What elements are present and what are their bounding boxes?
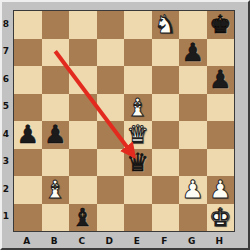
square-f8[interactable]: ♞: [152, 11, 180, 39]
rank-label-5: 5: [0, 93, 12, 121]
square-e8[interactable]: [124, 11, 152, 39]
square-e4[interactable]: ♛: [124, 121, 152, 149]
square-b2[interactable]: ♝: [42, 176, 70, 204]
square-a4[interactable]: ♟: [14, 121, 42, 149]
square-h6[interactable]: ♟: [207, 66, 235, 94]
square-c7[interactable]: [69, 39, 97, 67]
square-b3[interactable]: [42, 149, 70, 177]
piece-white-bishop-e5[interactable]: ♝: [124, 94, 152, 122]
square-f6[interactable]: [152, 66, 180, 94]
square-h4[interactable]: [207, 121, 235, 149]
piece-white-queen-e4[interactable]: ♛: [124, 121, 152, 149]
square-a8[interactable]: [14, 11, 42, 39]
square-a5[interactable]: [14, 94, 42, 122]
square-d7[interactable]: [97, 39, 125, 67]
file-label-B: B: [41, 234, 69, 248]
piece-white-pawn-h2[interactable]: ♟: [207, 176, 235, 204]
piece-black-king-h8[interactable]: ♚: [207, 11, 235, 39]
rank-label-7: 7: [0, 38, 12, 66]
chess-diagram: ♞♚♟♟♝♟♟♛♛♝♟♟♝♚ 12345678 ABCDEFGH: [0, 0, 250, 250]
piece-black-pawn-a4[interactable]: ♟: [14, 121, 42, 149]
square-h1[interactable]: ♚: [207, 204, 235, 232]
square-a2[interactable]: [14, 176, 42, 204]
square-h3[interactable]: [207, 149, 235, 177]
file-label-D: D: [96, 234, 124, 248]
piece-white-knight-f8[interactable]: ♞: [152, 11, 180, 39]
file-label-G: G: [178, 234, 206, 248]
file-label-H: H: [206, 234, 234, 248]
square-h5[interactable]: [207, 94, 235, 122]
square-e6[interactable]: [124, 66, 152, 94]
square-a1[interactable]: [14, 204, 42, 232]
square-c4[interactable]: [69, 121, 97, 149]
square-g4[interactable]: [179, 121, 207, 149]
rank-label-4: 4: [0, 120, 12, 148]
square-c1[interactable]: ♝: [69, 204, 97, 232]
rank-label-6: 6: [0, 65, 12, 93]
file-label-A: A: [13, 234, 41, 248]
square-f5[interactable]: [152, 94, 180, 122]
square-b7[interactable]: [42, 39, 70, 67]
piece-black-pawn-g7[interactable]: ♟: [179, 39, 207, 67]
square-d3[interactable]: [97, 149, 125, 177]
piece-white-king-h1[interactable]: ♚: [207, 204, 235, 232]
square-b5[interactable]: [42, 94, 70, 122]
square-c3[interactable]: [69, 149, 97, 177]
file-label-F: F: [151, 234, 179, 248]
square-c8[interactable]: [69, 11, 97, 39]
square-e1[interactable]: [124, 204, 152, 232]
piece-black-pawn-b4[interactable]: ♟: [42, 121, 70, 149]
square-d2[interactable]: [97, 176, 125, 204]
square-e7[interactable]: [124, 39, 152, 67]
square-d5[interactable]: [97, 94, 125, 122]
square-c2[interactable]: [69, 176, 97, 204]
rank-label-8: 8: [0, 10, 12, 38]
square-b4[interactable]: ♟: [42, 121, 70, 149]
square-f1[interactable]: [152, 204, 180, 232]
rank-label-3: 3: [0, 148, 12, 176]
square-f7[interactable]: [152, 39, 180, 67]
piece-white-pawn-g2[interactable]: ♟: [179, 176, 207, 204]
square-b8[interactable]: [42, 11, 70, 39]
square-g8[interactable]: [179, 11, 207, 39]
square-d1[interactable]: [97, 204, 125, 232]
square-g3[interactable]: [179, 149, 207, 177]
square-g2[interactable]: ♟: [179, 176, 207, 204]
square-e5[interactable]: ♝: [124, 94, 152, 122]
piece-black-pawn-h6[interactable]: ♟: [207, 66, 235, 94]
square-h2[interactable]: ♟: [207, 176, 235, 204]
piece-black-bishop-c1[interactable]: ♝: [69, 204, 97, 232]
square-g7[interactable]: ♟: [179, 39, 207, 67]
rank-label-1: 1: [0, 203, 12, 231]
file-label-E: E: [123, 234, 151, 248]
square-e2[interactable]: [124, 176, 152, 204]
rank-label-2: 2: [0, 175, 12, 203]
square-c5[interactable]: [69, 94, 97, 122]
square-b6[interactable]: [42, 66, 70, 94]
square-e3[interactable]: ♛: [124, 149, 152, 177]
file-label-C: C: [68, 234, 96, 248]
square-f2[interactable]: [152, 176, 180, 204]
square-a3[interactable]: [14, 149, 42, 177]
piece-white-bishop-b2[interactable]: ♝: [42, 176, 70, 204]
square-g1[interactable]: [179, 204, 207, 232]
square-a7[interactable]: [14, 39, 42, 67]
square-h7[interactable]: [207, 39, 235, 67]
square-g5[interactable]: [179, 94, 207, 122]
chess-board[interactable]: ♞♚♟♟♝♟♟♛♛♝♟♟♝♚: [13, 10, 235, 232]
square-f3[interactable]: [152, 149, 180, 177]
square-d4[interactable]: [97, 121, 125, 149]
square-f4[interactable]: [152, 121, 180, 149]
square-d8[interactable]: [97, 11, 125, 39]
square-a6[interactable]: [14, 66, 42, 94]
square-b1[interactable]: [42, 204, 70, 232]
square-h8[interactable]: ♚: [207, 11, 235, 39]
square-d6[interactable]: [97, 66, 125, 94]
piece-black-queen-e3[interactable]: ♛: [124, 149, 152, 177]
square-c6[interactable]: [69, 66, 97, 94]
square-g6[interactable]: [179, 66, 207, 94]
